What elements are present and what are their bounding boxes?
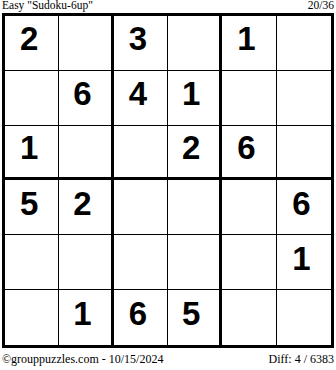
given-digit: 5 [20, 187, 38, 220]
cell-r4c4-empty[interactable] [168, 180, 222, 235]
puzzle-page: Easy "Sudoku-6up" 20/36 2316411265261165… [0, 0, 336, 370]
cell-r3c2-empty[interactable] [59, 126, 113, 181]
given-digit: 2 [20, 22, 38, 55]
cell-r6c2-given: 1 [59, 290, 113, 345]
cell-r3c5-given: 6 [222, 126, 276, 181]
cell-r3c4-given: 2 [168, 126, 222, 181]
given-digit: 1 [20, 131, 38, 164]
given-digit: 1 [237, 22, 255, 55]
page-title: Easy "Sudoku-6up" [2, 0, 93, 11]
cell-r4c6-given: 6 [277, 180, 331, 235]
cell-r5c6-given: 1 [277, 235, 331, 290]
cell-r2c3-given: 4 [114, 71, 168, 126]
cell-r1c1-given: 2 [5, 16, 59, 71]
cell-r2c4-given: 1 [168, 71, 222, 126]
cell-r1c2-empty[interactable] [59, 16, 113, 71]
cell-r5c5-empty[interactable] [222, 235, 276, 290]
given-digit: 1 [182, 77, 200, 110]
given-digit: 6 [129, 297, 147, 330]
cell-r5c3-empty[interactable] [114, 235, 168, 290]
cell-r4c3-empty[interactable] [114, 180, 168, 235]
cell-r4c2-given: 2 [59, 180, 113, 235]
puzzle-counter: 20/36 [308, 0, 334, 11]
given-digit: 2 [182, 131, 200, 164]
given-digit: 1 [292, 242, 310, 275]
given-digit: 1 [73, 297, 91, 330]
cell-r3c1-given: 1 [5, 126, 59, 181]
cell-r2c6-empty[interactable] [277, 71, 331, 126]
cell-r5c1-empty[interactable] [5, 235, 59, 290]
cell-r1c5-given: 1 [222, 16, 276, 71]
cell-r1c6-empty[interactable] [277, 16, 331, 71]
given-digit: 3 [129, 22, 147, 55]
given-digit: 6 [73, 77, 91, 110]
given-digit: 2 [73, 187, 91, 220]
cell-r3c6-empty[interactable] [277, 126, 331, 181]
given-digit: 5 [182, 297, 200, 330]
cell-r1c4-empty[interactable] [168, 16, 222, 71]
cell-r5c2-empty[interactable] [59, 235, 113, 290]
cell-r5c4-empty[interactable] [168, 235, 222, 290]
cell-r4c1-given: 5 [5, 180, 59, 235]
cell-r4c5-empty[interactable] [222, 180, 276, 235]
cell-r6c6-empty[interactable] [277, 290, 331, 345]
cell-r3c3-empty[interactable] [114, 126, 168, 181]
cell-r6c5-empty[interactable] [222, 290, 276, 345]
cell-r2c1-empty[interactable] [5, 71, 59, 126]
difficulty-text: Diff: 4 / 6383 [269, 353, 334, 366]
cell-r6c1-empty[interactable] [5, 290, 59, 345]
cell-r6c4-given: 5 [168, 290, 222, 345]
cell-r1c3-given: 3 [114, 16, 168, 71]
footer: ©grouppuzzles.com - 10/15/2024 Diff: 4 /… [2, 353, 334, 366]
cell-r6c3-given: 6 [114, 290, 168, 345]
sudoku-grid[interactable]: 2316411265261165 [2, 13, 334, 348]
given-digit: 6 [237, 131, 255, 164]
cell-r2c5-empty[interactable] [222, 71, 276, 126]
header: Easy "Sudoku-6up" 20/36 [2, 0, 334, 11]
copyright-text: ©grouppuzzles.com - 10/15/2024 [2, 353, 163, 366]
given-digit: 6 [292, 187, 310, 220]
cell-r2c2-given: 6 [59, 71, 113, 126]
given-digit: 4 [129, 77, 147, 110]
